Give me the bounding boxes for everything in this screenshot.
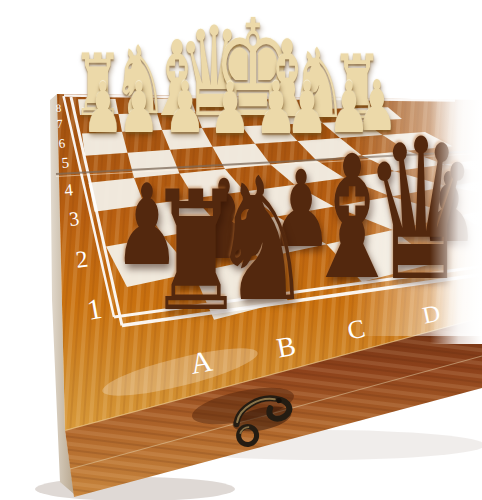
top-file-label-D: D [207,88,214,98]
top-file-label-C: C [170,88,176,98]
rank-label-5: 5 [61,154,70,171]
chess-box-photo: 87654321ABCDABCDEFGH ♞♜♝♛♚♝♞♜♟♟♟♟♟♟♟♟♟♟♟… [0,0,482,500]
top-file-label-A: A [94,88,101,98]
square-a8 [78,99,119,115]
board-scene: 87654321ABCDABCDEFGH [0,0,482,500]
square-b7 [119,113,163,132]
top-file-label-F: F [283,88,288,98]
square-c8 [153,98,196,113]
square-d7 [196,111,243,128]
top-file-label-G: G [319,88,326,98]
top-file-label-B: B [133,88,139,98]
square-a6 [82,132,128,156]
top-file-label-E: E [245,88,251,98]
square-e8 [228,97,273,111]
glare-highlight [430,52,482,344]
rank-label-7: 7 [56,117,63,131]
